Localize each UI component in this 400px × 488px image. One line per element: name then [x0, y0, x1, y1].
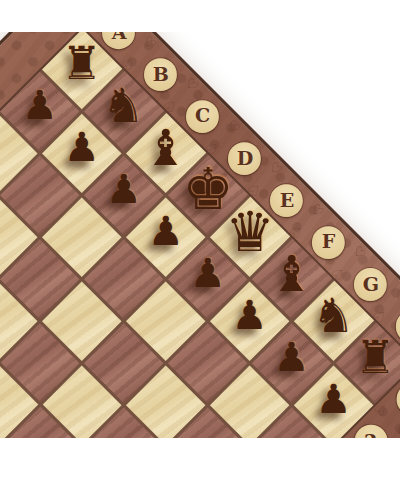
- piece-bishop-f1[interactable]: ♝: [270, 249, 315, 299]
- file-label-g: G: [363, 275, 379, 294]
- piece-pawn-f2[interactable]: ♟: [232, 296, 268, 336]
- file-label-c: C: [195, 107, 210, 126]
- file-label-b: B: [153, 65, 169, 84]
- piece-pawn-b2[interactable]: ♟: [64, 128, 100, 168]
- piece-knight-g1[interactable]: ♞: [313, 292, 356, 340]
- chess-board: ABCDEFGH 12345678 ♜♞♝♚♛♝♞♜♟♟♟♟♟♟♟♟: [0, 0, 400, 488]
- piece-pawn-h2[interactable]: ♟: [316, 380, 352, 420]
- piece-pawn-c2[interactable]: ♟: [106, 170, 142, 210]
- file-label-e: E: [279, 191, 294, 210]
- piece-rook-h1[interactable]: ♜: [356, 335, 397, 381]
- photo-crop-bottom: [0, 438, 400, 488]
- piece-knight-b1[interactable]: ♞: [103, 82, 146, 130]
- piece-pawn-e2[interactable]: ♟: [190, 254, 226, 294]
- file-label-f: F: [322, 233, 336, 252]
- chess-set-product-photo: ABCDEFGH 12345678 ♜♞♝♚♛♝♞♜♟♟♟♟♟♟♟♟: [0, 0, 400, 488]
- file-label-d: D: [236, 149, 253, 168]
- piece-pawn-a2[interactable]: ♟: [22, 86, 58, 126]
- piece-queen-e1[interactable]: ♛: [225, 204, 274, 259]
- piece-pawn-d2[interactable]: ♟: [148, 212, 184, 252]
- photo-crop-top: [0, 0, 400, 32]
- piece-pawn-g2[interactable]: ♟: [274, 338, 310, 378]
- piece-rook-a1[interactable]: ♜: [62, 41, 103, 87]
